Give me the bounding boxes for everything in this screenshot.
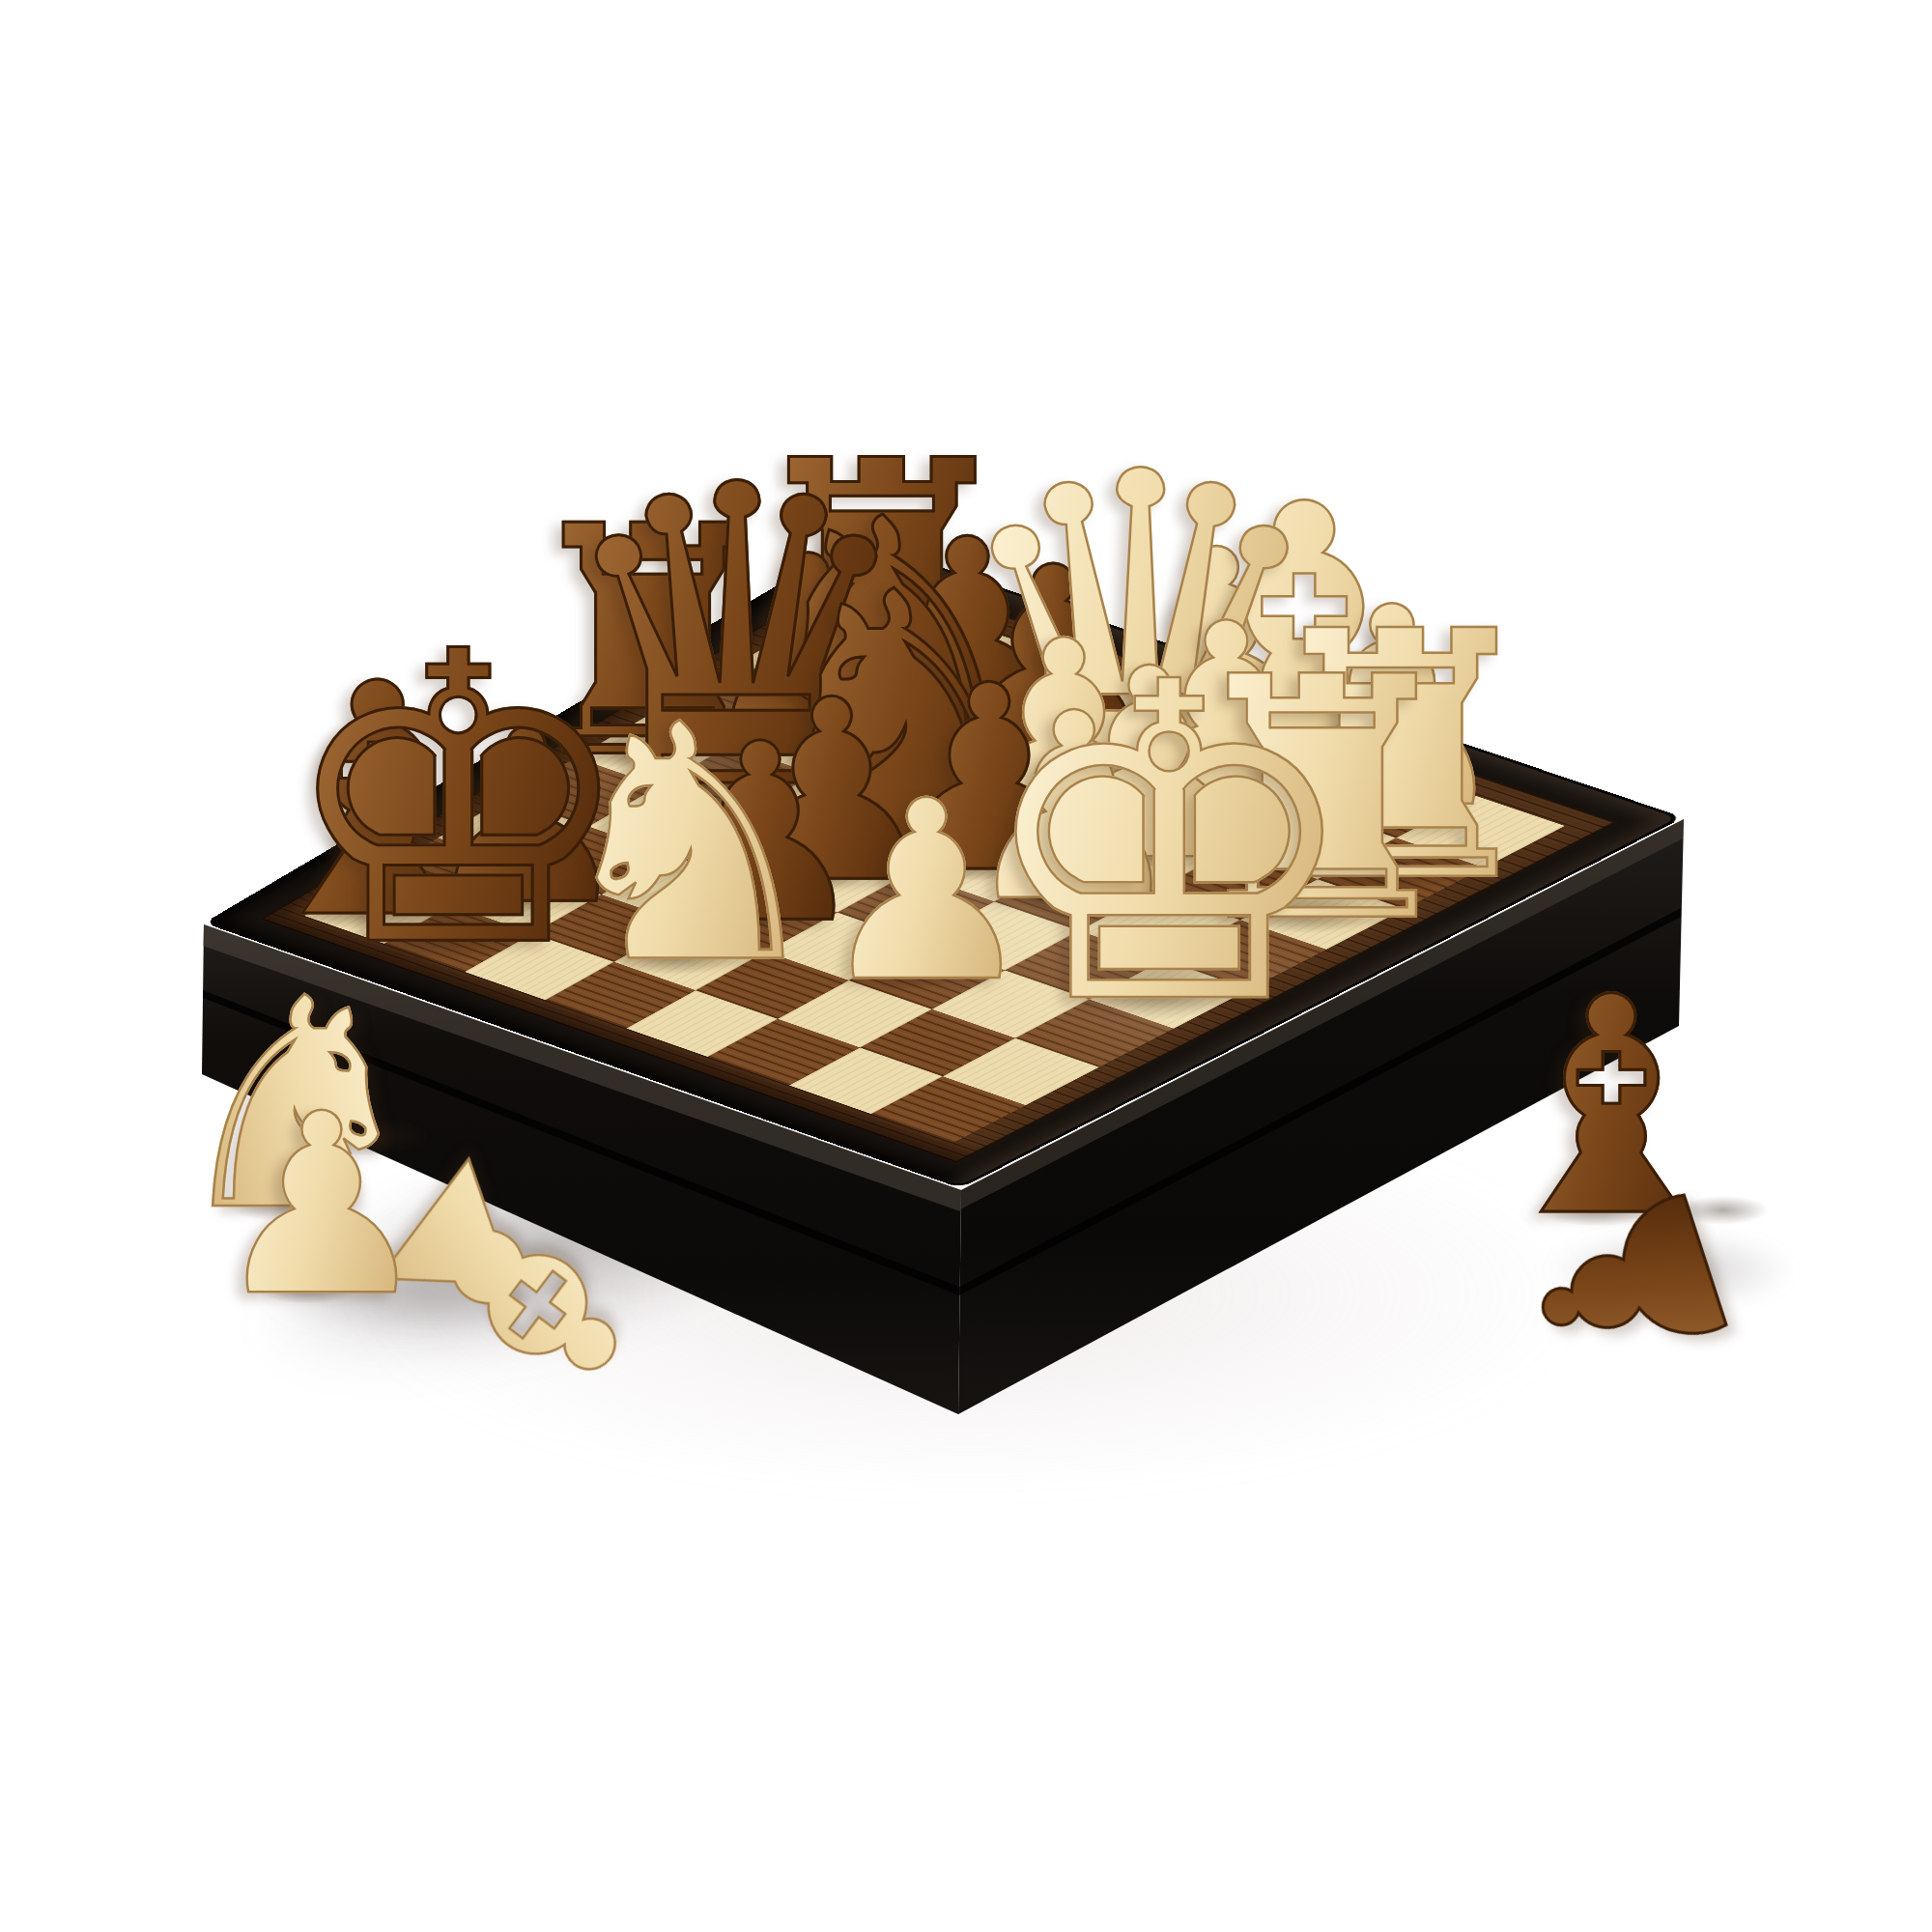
chess-set-photo: ♝♜♚♟♛♟♜♞♟♞♟♟♞♟♟♟♛♟♟♟♟♟♝♟♚♜♜♞♟♝♝♟ xyxy=(0,0,1932,1932)
captured-light-pawn: ♟ xyxy=(210,1081,433,1330)
piece-light-king-d1: ♚ xyxy=(973,627,1365,1065)
piece-light-knight-b5: ♞ xyxy=(544,683,836,1009)
pieces-layer: ♝♜♚♟♛♟♜♞♟♞♟♟♞♟♟♟♛♟♟♟♟♟♝♟♚♜♜♞♟♝♝♟ xyxy=(0,0,1932,1932)
